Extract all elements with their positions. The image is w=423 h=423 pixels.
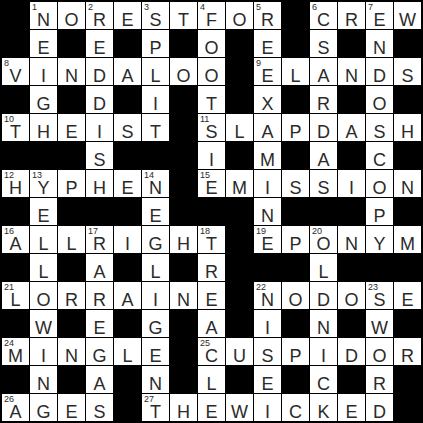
cell-letter: N [401, 179, 414, 197]
cell-letter: I [321, 347, 326, 365]
letter-cell-r0c6: T [170, 2, 197, 29]
block-cell-r8c8 [226, 226, 253, 253]
cell-letter: T [206, 95, 217, 113]
letter-cell-r13c11: C [310, 366, 337, 393]
cell-letter: O [176, 67, 190, 85]
cell-letter: A [121, 291, 133, 309]
letter-cell-r7c1: E [30, 198, 57, 225]
letter-cell-r2c11: A [310, 58, 337, 85]
cell-letter: Y [373, 235, 385, 253]
block-cell-r9c12 [338, 254, 365, 281]
cell-letter: R [93, 291, 106, 309]
cell-letter: L [150, 263, 160, 281]
block-cell-r7c4 [114, 198, 141, 225]
block-cell-r5c4 [114, 142, 141, 169]
block-cell-r14c14 [394, 394, 421, 421]
cell-letter: L [38, 235, 48, 253]
letter-cell-r6c13: O [366, 170, 393, 197]
cell-letter: N [261, 291, 274, 309]
block-cell-r10c8 [226, 282, 253, 309]
clue-number: 18 [200, 227, 210, 236]
cell-letter: O [36, 291, 50, 309]
letter-cell-r0c9: 5R [254, 2, 281, 29]
cell-letter: N [373, 39, 386, 57]
letter-cell-r6c8: M [226, 170, 253, 197]
letter-cell-r0c12: R [338, 2, 365, 29]
cell-letter: S [93, 403, 105, 421]
cell-letter: D [93, 95, 106, 113]
cell-letter: H [177, 235, 190, 253]
cell-letter: E [261, 39, 273, 57]
letter-cell-r3c5: I [142, 86, 169, 113]
cell-letter: H [401, 123, 414, 141]
letter-cell-r1c1: E [30, 30, 57, 57]
letter-cell-r10c0: 21L [2, 282, 29, 309]
clue-number: 25 [200, 339, 210, 348]
clue-number: 15 [200, 171, 210, 180]
letter-cell-r10c7: E [198, 282, 225, 309]
cell-letter: S [121, 123, 133, 141]
letter-cell-r10c11: D [310, 282, 337, 309]
cell-letter: F [206, 11, 217, 29]
clue-number: 1 [32, 3, 37, 12]
cell-letter: D [373, 403, 386, 421]
cell-letter: H [93, 179, 106, 197]
letter-cell-r6c1: 13Y [30, 170, 57, 197]
clue-number: 17 [88, 227, 98, 236]
block-cell-r1c2 [58, 30, 85, 57]
letter-cell-r2c12: N [338, 58, 365, 85]
letter-cell-r2c13: D [366, 58, 393, 85]
clue-number: 8 [4, 59, 9, 68]
letter-cell-r4c3: I [86, 114, 113, 141]
letter-cell-r4c1: H [30, 114, 57, 141]
letter-cell-r2c4: A [114, 58, 141, 85]
letter-cell-r14c9: I [254, 394, 281, 421]
block-cell-r9c0 [2, 254, 29, 281]
cell-letter: A [345, 123, 357, 141]
letter-cell-r1c11: S [310, 30, 337, 57]
cell-letter: G [148, 235, 162, 253]
letter-cell-r0c2: O [58, 2, 85, 29]
letter-cell-r10c13: 23S [366, 282, 393, 309]
cell-letter: C [317, 11, 330, 29]
block-cell-r3c14 [394, 86, 421, 113]
letter-cell-r3c11: R [310, 86, 337, 113]
block-cell-r5c0 [2, 142, 29, 169]
cell-letter: L [66, 235, 76, 253]
cell-letter: I [265, 319, 270, 337]
cell-letter: L [290, 67, 300, 85]
letter-cell-r7c9: N [254, 198, 281, 225]
cell-letter: V [9, 67, 21, 85]
letter-cell-r0c7: 4F [198, 2, 225, 29]
block-cell-r7c6 [170, 198, 197, 225]
letter-cell-r12c0: 24M [2, 338, 29, 365]
cell-letter: W [371, 319, 388, 337]
letter-cell-r14c7: E [198, 394, 225, 421]
cell-letter: E [93, 319, 105, 337]
letter-cell-r4c11: D [310, 114, 337, 141]
letter-cell-r2c6: O [170, 58, 197, 85]
letter-cell-r11c1: W [30, 310, 57, 337]
cell-letter: P [289, 235, 301, 253]
letter-cell-r4c8: L [226, 114, 253, 141]
cell-letter: L [234, 123, 244, 141]
letter-cell-r12c12: D [338, 338, 365, 365]
letter-cell-r0c1: 1N [30, 2, 57, 29]
clue-number: 11 [200, 115, 209, 124]
cell-letter: E [121, 179, 133, 197]
letter-cell-r12c2: N [58, 338, 85, 365]
clue-number: 22 [256, 283, 266, 292]
block-cell-r11c4 [114, 310, 141, 337]
letter-cell-r5c7: I [198, 142, 225, 169]
cell-letter: S [373, 123, 385, 141]
cell-letter: O [232, 11, 246, 29]
block-cell-r13c12 [338, 366, 365, 393]
letter-cell-r4c5: T [142, 114, 169, 141]
letter-cell-r3c1: G [30, 86, 57, 113]
cell-letter: P [289, 347, 301, 365]
cell-letter: Y [37, 179, 49, 197]
cell-letter: T [10, 123, 21, 141]
letter-cell-r6c11: S [310, 170, 337, 197]
letter-cell-r2c9: 9E [254, 58, 281, 85]
cell-letter: E [149, 347, 161, 365]
letter-cell-r2c3: D [86, 58, 113, 85]
letter-cell-r4c7: 11S [198, 114, 225, 141]
block-cell-r11c10 [282, 310, 309, 337]
clue-number: 21 [4, 283, 14, 292]
block-cell-r3c10 [282, 86, 309, 113]
letter-cell-r14c1: G [30, 394, 57, 421]
letter-cell-r14c5: 27T [142, 394, 169, 421]
letter-cell-r6c12: I [338, 170, 365, 197]
cell-letter: D [317, 123, 330, 141]
letter-cell-r12c9: S [254, 338, 281, 365]
cell-letter: W [231, 403, 248, 421]
letter-cell-r1c7: O [198, 30, 225, 57]
letter-cell-r13c13: R [366, 366, 393, 393]
block-cell-r4c6 [170, 114, 197, 141]
cell-letter: R [373, 375, 386, 393]
clue-number: 13 [32, 171, 42, 180]
letter-cell-r8c13: Y [366, 226, 393, 253]
cell-letter: G [148, 319, 162, 337]
letter-cell-r8c12: N [338, 226, 365, 253]
letter-cell-r0c14: W [394, 2, 421, 29]
block-cell-r2c8 [226, 58, 253, 85]
block-cell-r5c12 [338, 142, 365, 169]
letter-cell-r0c8: O [226, 2, 253, 29]
letter-cell-r10c2: R [58, 282, 85, 309]
cell-letter: S [289, 179, 301, 197]
cell-letter: L [38, 263, 48, 281]
block-cell-r9c10 [282, 254, 309, 281]
block-cell-r7c7 [198, 198, 225, 225]
block-cell-r14c4 [114, 394, 141, 421]
block-cell-r7c8 [226, 198, 253, 225]
letter-cell-r8c6: H [170, 226, 197, 253]
letter-cell-r0c11: 6C [310, 2, 337, 29]
clue-number: 27 [144, 395, 154, 404]
block-cell-r1c8 [226, 30, 253, 57]
letter-cell-r8c7: 18T [198, 226, 225, 253]
clue-number: 16 [4, 227, 14, 236]
block-cell-r1c10 [282, 30, 309, 57]
clue-number: 26 [4, 395, 14, 404]
block-cell-r13c14 [394, 366, 421, 393]
cell-letter: E [37, 39, 49, 57]
letter-cell-r14c8: W [226, 394, 253, 421]
block-cell-r5c14 [394, 142, 421, 169]
cell-letter: O [316, 235, 330, 253]
cell-letter: L [150, 67, 160, 85]
letter-cell-r12c14: R [394, 338, 421, 365]
cell-letter: E [205, 291, 217, 309]
cell-letter: L [318, 263, 328, 281]
block-cell-r5c8 [226, 142, 253, 169]
cell-letter: R [261, 11, 274, 29]
letter-cell-r9c3: A [86, 254, 113, 281]
clue-number: 12 [4, 171, 14, 180]
letter-cell-r11c9: I [254, 310, 281, 337]
letter-cell-r12c3: G [86, 338, 113, 365]
cell-letter: H [37, 123, 50, 141]
block-cell-r1c4 [114, 30, 141, 57]
block-cell-r11c2 [58, 310, 85, 337]
block-cell-r3c4 [114, 86, 141, 113]
letter-cell-r5c11: A [310, 142, 337, 169]
cell-letter: P [149, 39, 161, 57]
letter-cell-r8c3: 17R [86, 226, 113, 253]
letter-cell-r14c12: E [338, 394, 365, 421]
cell-letter: G [92, 347, 106, 365]
block-cell-r5c10 [282, 142, 309, 169]
clue-number: 23 [368, 283, 378, 292]
cell-letter: K [317, 403, 329, 421]
letter-cell-r5c13: C [366, 142, 393, 169]
block-cell-r9c6 [170, 254, 197, 281]
cell-letter: A [261, 123, 273, 141]
cell-letter: P [373, 207, 385, 225]
cell-letter: M [400, 235, 415, 253]
cell-letter: G [36, 403, 50, 421]
clue-number: 4 [200, 3, 205, 12]
letter-cell-r6c4: E [114, 170, 141, 197]
cell-letter: L [206, 375, 216, 393]
cell-letter: S [93, 151, 105, 169]
cell-letter: I [209, 151, 214, 169]
letter-cell-r10c3: R [86, 282, 113, 309]
block-cell-r12c6 [170, 338, 197, 365]
cell-letter: E [261, 235, 273, 253]
cell-letter: T [206, 235, 217, 253]
cell-letter: S [401, 67, 413, 85]
cell-letter: E [205, 179, 217, 197]
cell-letter: T [178, 11, 189, 29]
block-cell-r7c3 [86, 198, 113, 225]
block-cell-r9c4 [114, 254, 141, 281]
cell-letter: E [149, 207, 161, 225]
letter-cell-r10c12: O [338, 282, 365, 309]
letter-cell-r12c7: 25C [198, 338, 225, 365]
block-cell-r7c14 [394, 198, 421, 225]
clue-number: 7 [368, 3, 373, 12]
block-cell-r1c6 [170, 30, 197, 57]
cell-letter: E [93, 39, 105, 57]
block-cell-r13c0 [2, 366, 29, 393]
letter-cell-r1c3: E [86, 30, 113, 57]
cell-letter: E [261, 67, 273, 85]
cell-letter: E [261, 375, 273, 393]
cell-letter: A [205, 319, 217, 337]
cell-letter: L [122, 347, 132, 365]
block-cell-r3c0 [2, 86, 29, 113]
letter-cell-r11c5: G [142, 310, 169, 337]
letter-cell-r3c3: D [86, 86, 113, 113]
letter-cell-r4c12: A [338, 114, 365, 141]
cell-letter: O [288, 291, 302, 309]
letter-cell-r6c10: S [282, 170, 309, 197]
letter-cell-r2c2: N [58, 58, 85, 85]
cell-letter: S [149, 11, 161, 29]
cell-letter: C [205, 347, 218, 365]
letter-cell-r8c1: L [30, 226, 57, 253]
letter-cell-r10c9: 22N [254, 282, 281, 309]
letter-cell-r11c13: W [366, 310, 393, 337]
letter-cell-r11c11: N [310, 310, 337, 337]
cell-letter: H [9, 179, 22, 197]
cell-letter: I [153, 291, 158, 309]
letter-cell-r2c7: O [198, 58, 225, 85]
letter-cell-r12c11: I [310, 338, 337, 365]
letter-cell-r12c1: I [30, 338, 57, 365]
block-cell-r3c8 [226, 86, 253, 113]
letter-cell-r7c13: P [366, 198, 393, 225]
letter-cell-r9c1: L [30, 254, 57, 281]
letter-cell-r9c7: R [198, 254, 225, 281]
letter-cell-r14c11: K [310, 394, 337, 421]
letter-cell-r4c4: S [114, 114, 141, 141]
block-cell-r1c0 [2, 30, 29, 57]
cell-letter: U [233, 347, 246, 365]
letter-cell-r10c4: A [114, 282, 141, 309]
cell-letter: N [345, 67, 358, 85]
letter-cell-r1c5: P [142, 30, 169, 57]
block-cell-r7c2 [58, 198, 85, 225]
clue-number: 3 [144, 3, 149, 12]
cell-letter: N [345, 235, 358, 253]
letter-cell-r0c13: 7E [366, 2, 393, 29]
block-cell-r5c5 [142, 142, 169, 169]
clue-number: 19 [256, 227, 266, 236]
letter-cell-r6c2: P [58, 170, 85, 197]
letter-cell-r11c3: E [86, 310, 113, 337]
letter-cell-r6c0: 12H [2, 170, 29, 197]
cell-letter: D [345, 347, 358, 365]
cell-letter: P [65, 179, 77, 197]
cell-letter: S [261, 347, 273, 365]
block-cell-r11c12 [338, 310, 365, 337]
letter-cell-r13c1: N [30, 366, 57, 393]
letter-cell-r10c14: E [394, 282, 421, 309]
letter-cell-r9c11: L [310, 254, 337, 281]
block-cell-r11c6 [170, 310, 197, 337]
cell-letter: M [232, 179, 247, 197]
letter-cell-r8c14: M [394, 226, 421, 253]
cell-letter: E [205, 403, 217, 421]
cell-letter: T [150, 123, 161, 141]
cell-letter: I [265, 179, 270, 197]
cell-letter: R [93, 235, 106, 253]
cell-letter: C [317, 375, 330, 393]
letter-cell-r1c13: N [366, 30, 393, 57]
letter-cell-r2c10: L [282, 58, 309, 85]
letter-cell-r14c6: H [170, 394, 197, 421]
letter-cell-r6c14: N [394, 170, 421, 197]
clue-number: 2 [88, 3, 93, 12]
cell-letter: O [64, 11, 78, 29]
cell-letter: M [8, 347, 23, 365]
letter-cell-r8c0: 16A [2, 226, 29, 253]
clue-number: 6 [312, 3, 317, 12]
block-cell-r9c8 [226, 254, 253, 281]
cell-letter: I [125, 235, 130, 253]
letter-cell-r0c4: E [114, 2, 141, 29]
letter-cell-r13c9: E [254, 366, 281, 393]
cell-letter: C [373, 151, 386, 169]
cell-letter: D [373, 67, 386, 85]
letter-cell-r13c5: N [142, 366, 169, 393]
letter-cell-r6c5: 14N [142, 170, 169, 197]
letter-cell-r12c10: P [282, 338, 309, 365]
letter-cell-r3c9: X [254, 86, 281, 113]
letter-cell-r6c3: H [86, 170, 113, 197]
letter-cell-r5c9: M [254, 142, 281, 169]
block-cell-r3c2 [58, 86, 85, 113]
cell-letter: S [373, 291, 385, 309]
cell-letter: A [317, 151, 329, 169]
letter-cell-r13c3: A [86, 366, 113, 393]
letter-cell-r13c7: L [198, 366, 225, 393]
letter-cell-r8c4: I [114, 226, 141, 253]
block-cell-r13c6 [170, 366, 197, 393]
crossword-grid: 1NO2RE3ST4FO5R6CR7EWEEPOESN8VINDALOO9ELA… [0, 0, 423, 423]
cell-letter: R [205, 263, 218, 281]
letter-cell-r0c5: 3S [142, 2, 169, 29]
letter-cell-r14c13: D [366, 394, 393, 421]
letter-cell-r4c13: S [366, 114, 393, 141]
cell-letter: A [9, 403, 21, 421]
letter-cell-r10c1: O [30, 282, 57, 309]
letter-cell-r4c10: P [282, 114, 309, 141]
letter-cell-r10c6: N [170, 282, 197, 309]
cell-letter: R [401, 347, 414, 365]
letter-cell-r8c2: L [58, 226, 85, 253]
letter-cell-r0c3: 2R [86, 2, 113, 29]
letter-cell-r4c14: H [394, 114, 421, 141]
letter-cell-r4c9: A [254, 114, 281, 141]
cell-letter: S [205, 123, 217, 141]
letter-cell-r14c2: E [58, 394, 85, 421]
letter-cell-r14c0: 26A [2, 394, 29, 421]
clue-number: 24 [4, 339, 14, 348]
cell-letter: N [65, 347, 78, 365]
cell-letter: X [261, 95, 273, 113]
letter-cell-r5c3: S [86, 142, 113, 169]
